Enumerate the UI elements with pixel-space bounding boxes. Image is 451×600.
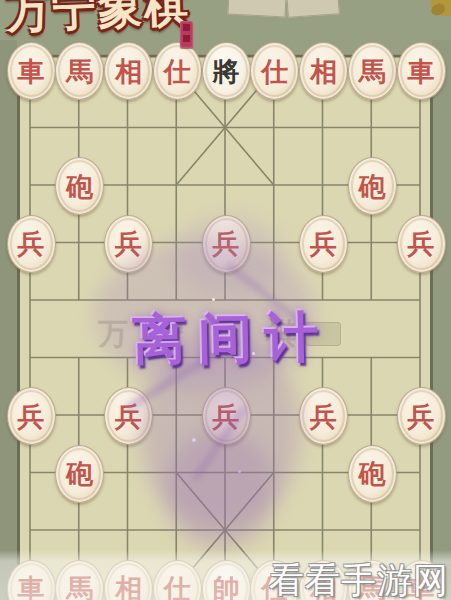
piece-砲[interactable]: 砲 bbox=[348, 445, 397, 503]
piece-砲[interactable]: 砲 bbox=[55, 445, 104, 503]
piece-兵[interactable]: 兵 bbox=[397, 215, 446, 273]
game-logo-text: 万宁象棋 bbox=[5, 0, 191, 42]
piece-character: 兵 bbox=[18, 230, 45, 257]
piece-砲[interactable]: 砲 bbox=[348, 157, 397, 215]
piece-馬[interactable]: 馬 bbox=[348, 42, 397, 100]
piece-character: 相 bbox=[115, 58, 142, 85]
piece-兵[interactable]: 兵 bbox=[397, 387, 446, 445]
site-watermark: 看看手游网 bbox=[269, 557, 449, 600]
piece-將[interactable]: 將 bbox=[202, 42, 251, 100]
piece-character: 將 bbox=[213, 58, 240, 85]
piece-character: 砲 bbox=[66, 460, 93, 487]
piece-相[interactable]: 相 bbox=[299, 42, 348, 100]
piece-character: 馬 bbox=[66, 58, 93, 85]
piece-character: 車 bbox=[18, 58, 45, 85]
piece-character: 兵 bbox=[408, 230, 435, 257]
piece-相[interactable]: 相 bbox=[104, 42, 153, 100]
stratagem-title: 离间计 bbox=[0, 299, 451, 380]
piece-character: 兵 bbox=[310, 403, 337, 430]
piece-character: 仕 bbox=[164, 58, 191, 85]
piece-兵[interactable]: 兵 bbox=[299, 387, 348, 445]
game-logo: 万宁象棋 bbox=[6, 0, 190, 39]
piece-character: 馬 bbox=[359, 58, 386, 85]
piece-character: 兵 bbox=[115, 403, 142, 430]
piece-character: 兵 bbox=[213, 230, 240, 257]
piece-character: 砲 bbox=[66, 173, 93, 200]
piece-兵[interactable]: 兵 bbox=[104, 387, 153, 445]
piece-車[interactable]: 車 bbox=[397, 42, 446, 100]
piece-兵[interactable]: 兵 bbox=[7, 387, 56, 445]
piece-仕[interactable]: 仕 bbox=[153, 42, 202, 100]
piece-兵[interactable]: 兵 bbox=[7, 215, 56, 273]
piece-兵[interactable]: 兵 bbox=[202, 215, 251, 273]
piece-車[interactable]: 車 bbox=[7, 42, 56, 100]
piece-馬[interactable]: 馬 bbox=[55, 42, 104, 100]
piece-兵[interactable]: 兵 bbox=[202, 387, 251, 445]
piece-character: 相 bbox=[310, 58, 337, 85]
xiangqi-game-screenshot: 万宁象棋 車馬相仕將仕相馬車砲砲兵兵兵兵兵兵兵兵兵兵砲砲車馬相仕帥仕相馬車 离间… bbox=[0, 0, 451, 600]
piece-兵[interactable]: 兵 bbox=[104, 215, 153, 273]
piece-兵[interactable]: 兵 bbox=[299, 215, 348, 273]
piece-character: 仕 bbox=[261, 58, 288, 85]
piece-character: 兵 bbox=[213, 403, 240, 430]
logo-seal-icon bbox=[180, 21, 193, 48]
piece-character: 兵 bbox=[115, 230, 142, 257]
piece-砲[interactable]: 砲 bbox=[55, 157, 104, 215]
piece-character: 車 bbox=[408, 58, 435, 85]
piece-character: 砲 bbox=[359, 173, 386, 200]
piece-character: 砲 bbox=[359, 460, 386, 487]
piece-character: 兵 bbox=[18, 403, 45, 430]
piece-character: 兵 bbox=[408, 403, 435, 430]
piece-character: 兵 bbox=[310, 230, 337, 257]
piece-仕[interactable]: 仕 bbox=[250, 42, 299, 100]
